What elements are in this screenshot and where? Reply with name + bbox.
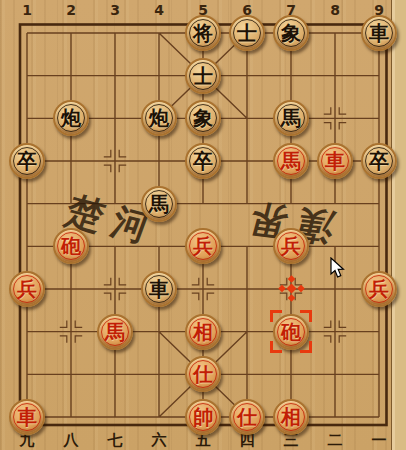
piece-black-炮[interactable]: 炮 [49, 97, 93, 140]
piece-character: 砲 [281, 322, 301, 342]
piece-red-砲[interactable]: 砲 [49, 225, 93, 268]
selection-corner-bl [270, 341, 282, 353]
piece-character: 兵 [281, 236, 301, 256]
piece-character: 車 [17, 407, 37, 427]
piece-red-車[interactable]: 車 [313, 140, 357, 183]
piece-character: 卒 [17, 151, 37, 171]
piece-character: 馬 [281, 151, 301, 171]
xiangqi-app-window: 123456789 九八七六五四三二一 楚河 漢界 将士象車士炮炮象馬卒卒馬車卒… [0, 0, 406, 450]
piece-red-兵[interactable]: 兵 [5, 268, 49, 311]
piece-black-士[interactable]: 士 [225, 12, 269, 55]
piece-black-卒[interactable]: 卒 [181, 140, 225, 183]
piece-character: 士 [193, 66, 213, 86]
piece-character: 兵 [17, 279, 37, 299]
piece-black-象[interactable]: 象 [181, 97, 225, 140]
piece-character: 馬 [281, 108, 301, 128]
piece-red-仕[interactable]: 仕 [181, 353, 225, 396]
piece-red-兵[interactable]: 兵 [357, 268, 401, 311]
piece-character: 卒 [193, 151, 213, 171]
piece-black-将[interactable]: 将 [181, 12, 225, 55]
piece-black-炮[interactable]: 炮 [137, 97, 181, 140]
piece-red-相[interactable]: 相 [269, 396, 313, 439]
piece-red-兵[interactable]: 兵 [269, 225, 313, 268]
selected-piece-red-砲[interactable]: 砲 [269, 310, 313, 353]
piece-character: 相 [281, 407, 301, 427]
piece-black-士[interactable]: 士 [181, 54, 225, 97]
piece-character: 兵 [369, 279, 389, 299]
selection-corner-tl [270, 310, 282, 322]
piece-character: 馬 [105, 322, 125, 342]
xiangqi-board[interactable]: 将士象車士炮炮象馬卒卒馬車卒馬砲兵兵兵車兵馬相砲仕車帥仕相 [5, 12, 401, 439]
piece-black-象[interactable]: 象 [269, 12, 313, 55]
piece-black-馬[interactable]: 馬 [137, 182, 181, 225]
piece-red-帥[interactable]: 帥 [181, 396, 225, 439]
move-origin-marker [269, 268, 313, 311]
piece-black-馬[interactable]: 馬 [269, 97, 313, 140]
piece-character: 帥 [193, 407, 213, 427]
piece-red-馬[interactable]: 馬 [269, 140, 313, 183]
piece-character: 士 [237, 23, 257, 43]
piece-character: 卒 [369, 151, 389, 171]
piece-character: 炮 [149, 108, 169, 128]
piece-character: 象 [193, 108, 213, 128]
piece-character: 馬 [149, 194, 169, 214]
piece-character: 砲 [61, 236, 81, 256]
piece-character: 相 [193, 322, 213, 342]
piece-character: 車 [369, 23, 389, 43]
piece-red-馬[interactable]: 馬 [93, 310, 137, 353]
piece-black-卒[interactable]: 卒 [357, 140, 401, 183]
piece-red-車[interactable]: 車 [5, 396, 49, 439]
piece-black-車[interactable]: 車 [137, 268, 181, 311]
piece-character: 仕 [193, 364, 213, 384]
mouse-cursor [330, 257, 346, 283]
piece-black-車[interactable]: 車 [357, 12, 401, 55]
piece-red-兵[interactable]: 兵 [181, 225, 225, 268]
piece-character: 車 [325, 151, 345, 171]
selection-corner-br [300, 341, 312, 353]
piece-red-相[interactable]: 相 [181, 310, 225, 353]
piece-character: 兵 [193, 236, 213, 256]
piece-character: 象 [281, 23, 301, 43]
piece-red-仕[interactable]: 仕 [225, 396, 269, 439]
piece-character: 仕 [237, 407, 257, 427]
selection-corner-tr [300, 310, 312, 322]
piece-character: 車 [149, 279, 169, 299]
piece-character: 炮 [61, 108, 81, 128]
piece-black-卒[interactable]: 卒 [5, 140, 49, 183]
piece-character: 将 [193, 23, 213, 43]
